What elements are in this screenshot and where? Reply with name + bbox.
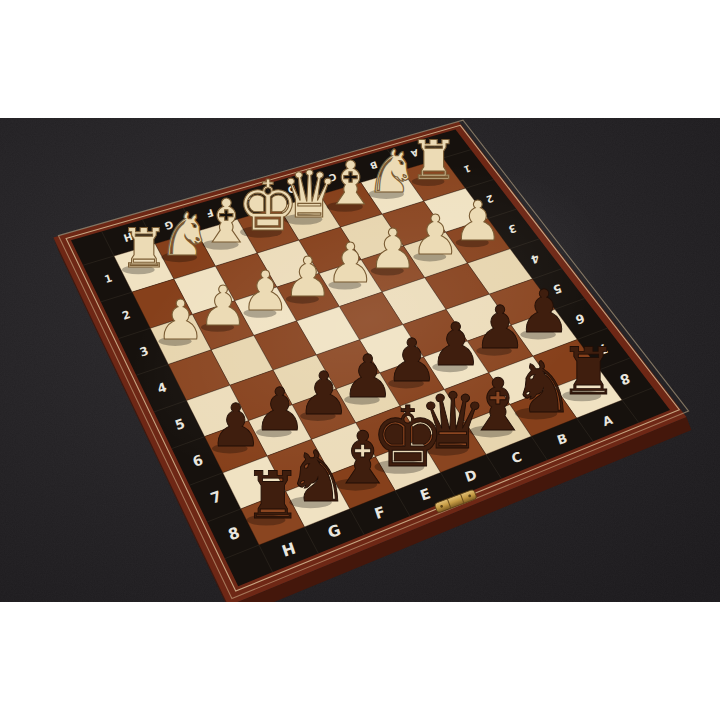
svg-text:♟: ♟ (198, 274, 247, 338)
svg-text:♟: ♟ (241, 259, 290, 323)
piece-white-pawn-f3: ♟ (241, 259, 290, 323)
svg-text:♟: ♟ (326, 231, 375, 295)
piece-white-pawn-c3: ♟ (368, 217, 417, 281)
piece-black-pawn-h6: ♟ (209, 391, 262, 460)
product-photo-chess-set: rnbqkbnr/8/pppppppp/8/8/PPPPPPPP/8/RNBQK… (0, 0, 720, 720)
piece-white-rook-h1: ♜ (119, 217, 168, 280)
piece-white-pawn-a3: ♟ (453, 189, 502, 253)
svg-text:♟: ♟ (411, 203, 460, 267)
piece-white-pawn-h3: ♟ (156, 288, 205, 352)
svg-text:♜: ♜ (119, 217, 168, 280)
svg-text:♟: ♟ (209, 391, 262, 460)
svg-text:♟: ♟ (283, 245, 332, 309)
piece-white-pawn-e3: ♟ (283, 245, 332, 309)
svg-text:♟: ♟ (368, 217, 417, 281)
piece-white-pawn-d3: ♟ (326, 231, 375, 295)
chess-photo-canvas: 1122334455667788AABBCCDDEEFFGGHH♜♞♝♛♚♝♞♜… (0, 0, 720, 720)
piece-white-pawn-g3: ♟ (198, 274, 247, 338)
svg-text:♟: ♟ (453, 189, 502, 253)
svg-text:♟: ♟ (156, 288, 205, 352)
piece-white-pawn-b3: ♟ (411, 203, 460, 267)
piece-black-rook-h8: ♜ (243, 458, 301, 533)
svg-text:♜: ♜ (243, 458, 301, 533)
